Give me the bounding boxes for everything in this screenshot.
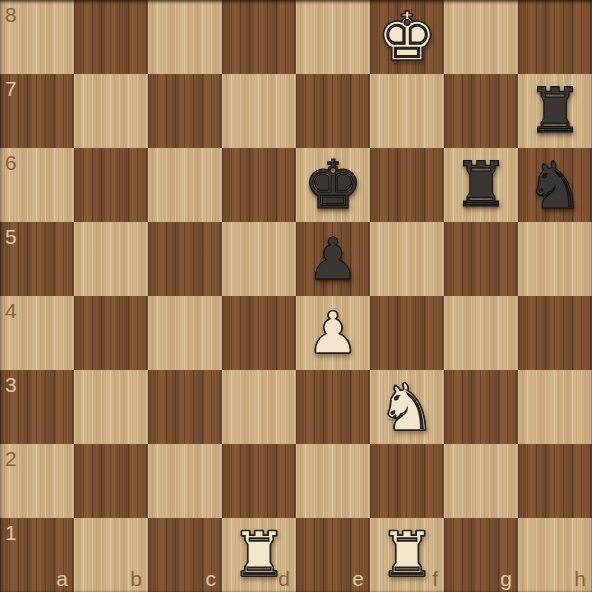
square-g4[interactable] (444, 296, 518, 370)
file-label-a: a (56, 568, 68, 589)
rank-label-8: 8 (5, 4, 17, 25)
square-d2[interactable] (222, 444, 296, 518)
square-a7[interactable]: 7 (0, 74, 74, 148)
square-d7[interactable] (222, 74, 296, 148)
rank-label-2: 2 (5, 448, 17, 469)
square-h2[interactable] (518, 444, 592, 518)
square-h7[interactable]: ♜ (518, 74, 592, 148)
square-b8[interactable] (74, 0, 148, 74)
rank-label-6: 6 (5, 152, 17, 173)
black-rook-icon[interactable]: ♜ (444, 148, 518, 222)
square-e6[interactable]: ♚ (296, 148, 370, 222)
square-a8[interactable]: 8 (0, 0, 74, 74)
square-d1[interactable]: d♜ (222, 518, 296, 592)
chess-board: 8♚7♜6♚♜♞5♟4♟3♞21abcd♜ef♜gh (0, 0, 592, 592)
white-knight-icon[interactable]: ♞ (370, 370, 444, 444)
square-a6[interactable]: 6 (0, 148, 74, 222)
square-g8[interactable] (444, 0, 518, 74)
white-king-icon[interactable]: ♚ (370, 0, 444, 74)
square-e1[interactable]: e (296, 518, 370, 592)
black-king-icon[interactable]: ♚ (296, 148, 370, 222)
white-rook-icon[interactable]: ♜ (370, 518, 444, 592)
square-c7[interactable] (148, 74, 222, 148)
square-c4[interactable] (148, 296, 222, 370)
square-f1[interactable]: f♜ (370, 518, 444, 592)
chess-board-frame: 8♚7♜6♚♜♞5♟4♟3♞21abcd♜ef♜gh (0, 0, 592, 592)
square-g2[interactable] (444, 444, 518, 518)
square-c6[interactable] (148, 148, 222, 222)
square-g7[interactable] (444, 74, 518, 148)
square-g3[interactable] (444, 370, 518, 444)
square-h6[interactable]: ♞ (518, 148, 592, 222)
square-f8[interactable]: ♚ (370, 0, 444, 74)
square-d4[interactable] (222, 296, 296, 370)
square-a5[interactable]: 5 (0, 222, 74, 296)
rank-label-3: 3 (5, 374, 17, 395)
square-f5[interactable] (370, 222, 444, 296)
square-c3[interactable] (148, 370, 222, 444)
square-a4[interactable]: 4 (0, 296, 74, 370)
square-d5[interactable] (222, 222, 296, 296)
square-h1[interactable]: h (518, 518, 592, 592)
square-e3[interactable] (296, 370, 370, 444)
rank-label-1: 1 (5, 522, 17, 543)
file-label-g: g (500, 568, 512, 589)
square-e8[interactable] (296, 0, 370, 74)
file-label-c: c (206, 568, 217, 589)
square-h4[interactable] (518, 296, 592, 370)
square-f3[interactable]: ♞ (370, 370, 444, 444)
square-a1[interactable]: 1a (0, 518, 74, 592)
square-c2[interactable] (148, 444, 222, 518)
square-b7[interactable] (74, 74, 148, 148)
square-f4[interactable] (370, 296, 444, 370)
black-knight-icon[interactable]: ♞ (518, 148, 592, 222)
square-h5[interactable] (518, 222, 592, 296)
square-b1[interactable]: b (74, 518, 148, 592)
square-d6[interactable] (222, 148, 296, 222)
square-b6[interactable] (74, 148, 148, 222)
black-rook-icon[interactable]: ♜ (518, 74, 592, 148)
file-label-b: b (130, 568, 142, 589)
square-h8[interactable] (518, 0, 592, 74)
square-e7[interactable] (296, 74, 370, 148)
square-a3[interactable]: 3 (0, 370, 74, 444)
square-b5[interactable] (74, 222, 148, 296)
square-c5[interactable] (148, 222, 222, 296)
square-b4[interactable] (74, 296, 148, 370)
rank-label-7: 7 (5, 78, 17, 99)
white-rook-icon[interactable]: ♜ (222, 518, 296, 592)
white-pawn-icon[interactable]: ♟ (296, 296, 370, 370)
square-f7[interactable] (370, 74, 444, 148)
square-f6[interactable] (370, 148, 444, 222)
square-h3[interactable] (518, 370, 592, 444)
square-g6[interactable]: ♜ (444, 148, 518, 222)
square-d3[interactable] (222, 370, 296, 444)
square-e2[interactable] (296, 444, 370, 518)
square-a2[interactable]: 2 (0, 444, 74, 518)
square-g5[interactable] (444, 222, 518, 296)
square-f2[interactable] (370, 444, 444, 518)
black-pawn-icon[interactable]: ♟ (296, 222, 370, 296)
square-c8[interactable] (148, 0, 222, 74)
square-e4[interactable]: ♟ (296, 296, 370, 370)
rank-label-5: 5 (5, 226, 17, 247)
square-e5[interactable]: ♟ (296, 222, 370, 296)
square-c1[interactable]: c (148, 518, 222, 592)
file-label-e: e (352, 568, 364, 589)
square-b3[interactable] (74, 370, 148, 444)
rank-label-4: 4 (5, 300, 17, 321)
square-b2[interactable] (74, 444, 148, 518)
square-g1[interactable]: g (444, 518, 518, 592)
file-label-h: h (574, 568, 586, 589)
square-d8[interactable] (222, 0, 296, 74)
